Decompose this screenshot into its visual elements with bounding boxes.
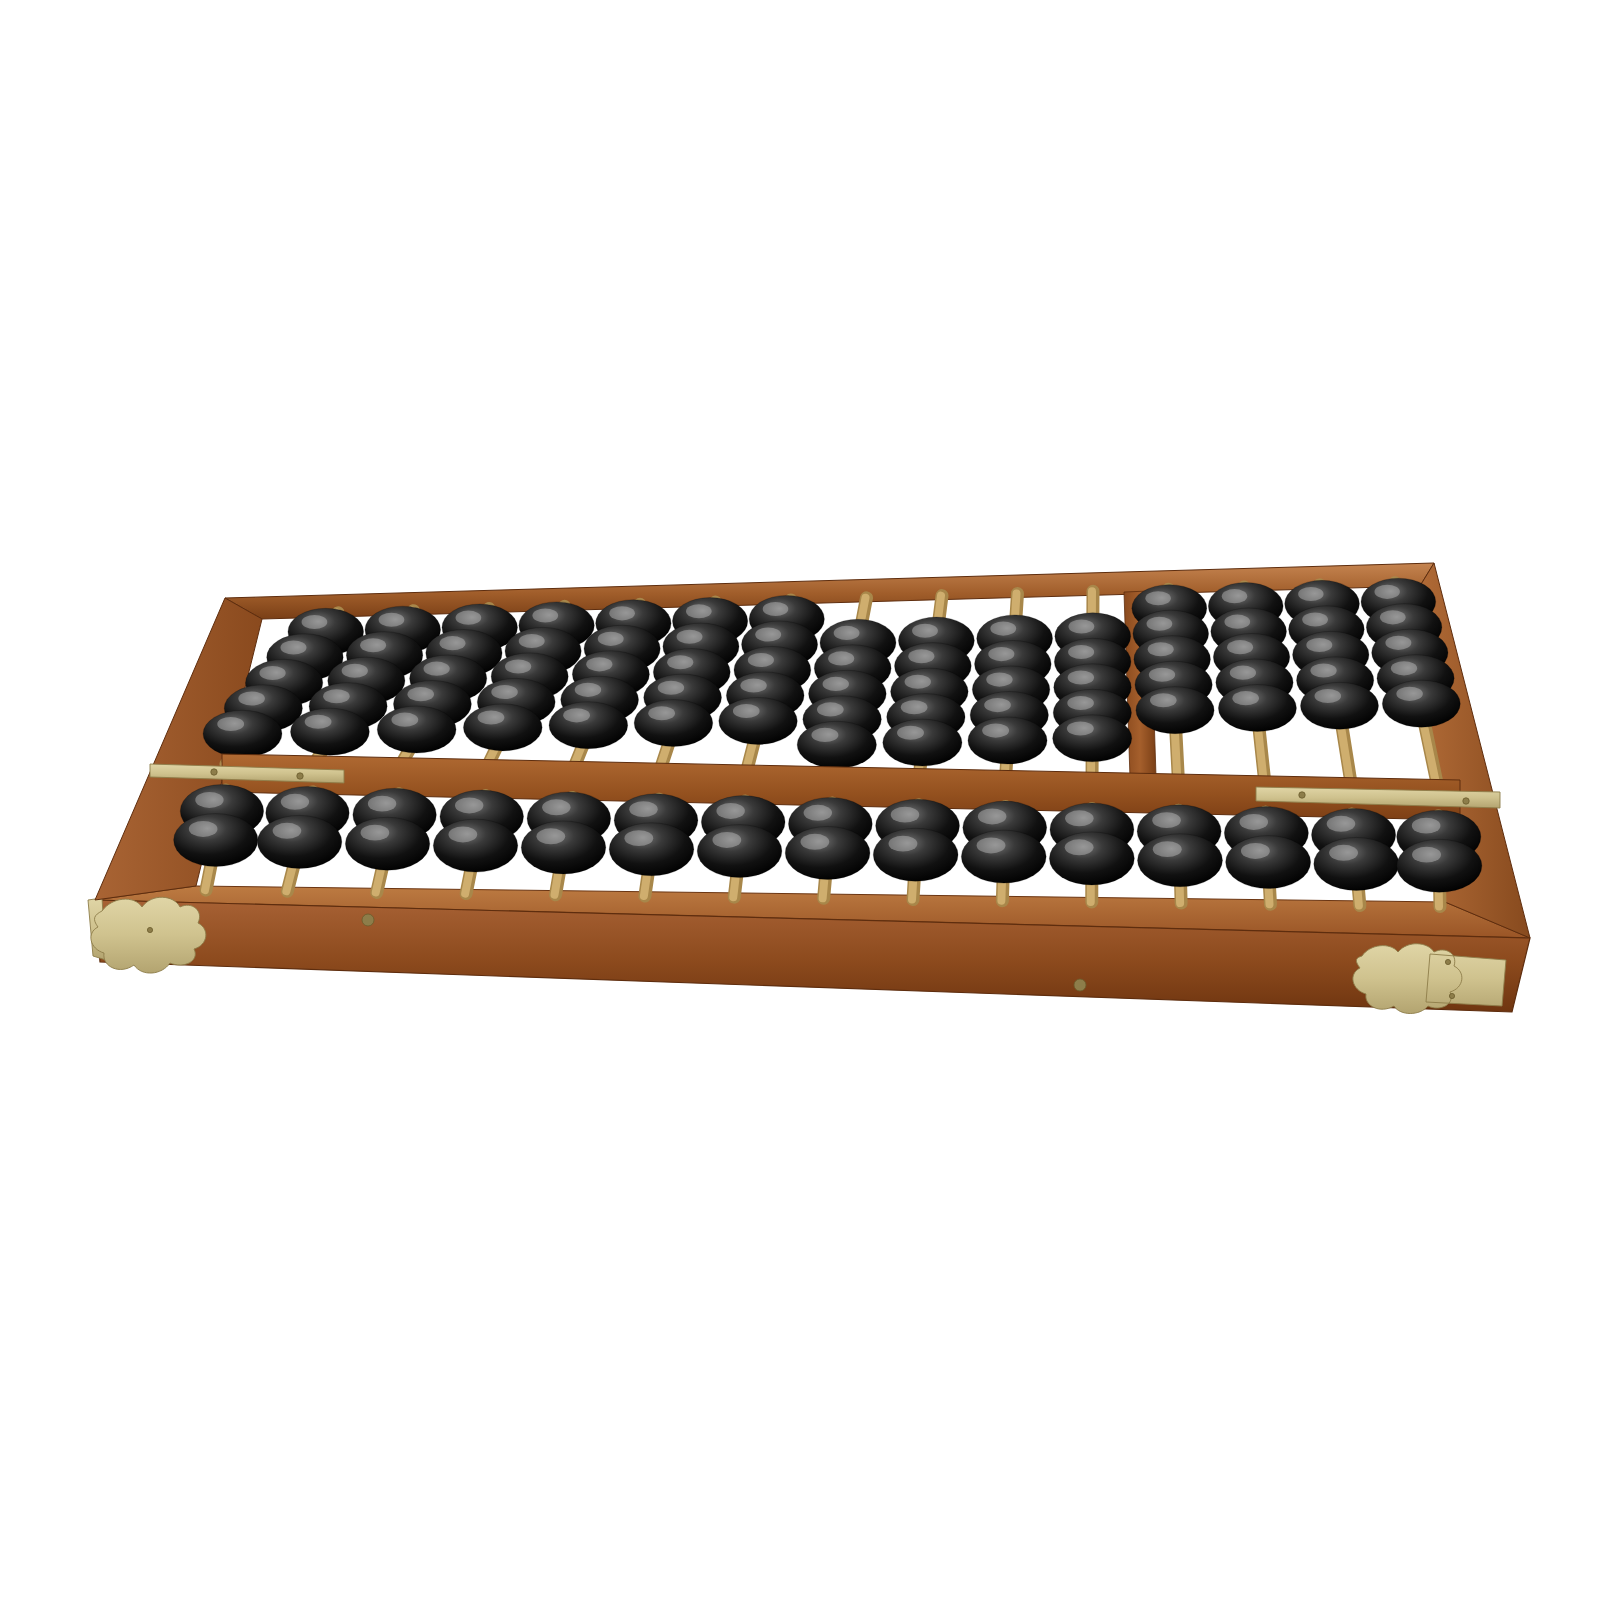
earth-bead[interactable] bbox=[1300, 682, 1378, 729]
rod-9-heaven-beads bbox=[873, 799, 959, 881]
earth-bead[interactable] bbox=[1382, 680, 1460, 727]
earth-bead[interactable] bbox=[797, 721, 876, 768]
rod-9-earth-beads bbox=[883, 617, 975, 766]
screw-icon bbox=[1449, 993, 1454, 998]
earth-bead[interactable] bbox=[1218, 685, 1296, 732]
rod-6-heaven-beads bbox=[609, 794, 698, 876]
rod-7-heaven-beads bbox=[697, 796, 785, 878]
earth-bead[interactable] bbox=[719, 697, 798, 744]
heaven-bead[interactable] bbox=[785, 826, 870, 879]
heaven-bead[interactable] bbox=[1226, 836, 1311, 889]
front-screw-icon bbox=[362, 914, 374, 926]
rod-12-heaven-beads bbox=[1137, 805, 1222, 887]
product-photo-canvas bbox=[0, 0, 1600, 1600]
heaven-bead[interactable] bbox=[1138, 834, 1223, 887]
rod-8-heaven-beads bbox=[785, 797, 872, 879]
heaven-bead[interactable] bbox=[1397, 839, 1482, 892]
front-face-group bbox=[88, 886, 1530, 1014]
rod-3-heaven-beads bbox=[345, 788, 436, 870]
heaven-bead[interactable] bbox=[873, 828, 958, 881]
earth-bead[interactable] bbox=[463, 704, 542, 751]
heaven-bead[interactable] bbox=[174, 814, 258, 867]
rod-13-earth-beads bbox=[1208, 583, 1296, 732]
brass-corner-plate-left-icon bbox=[91, 897, 206, 973]
rod-13-heaven-beads bbox=[1224, 807, 1310, 889]
rod-12-earth-beads bbox=[1132, 585, 1214, 734]
heaven-bead[interactable] bbox=[1314, 837, 1399, 890]
rod-11-earth-beads bbox=[1053, 613, 1132, 762]
screw-icon bbox=[147, 927, 152, 932]
rod-10-heaven-beads bbox=[961, 801, 1046, 883]
earth-bead[interactable] bbox=[883, 719, 962, 766]
rod-1-heaven-beads bbox=[174, 785, 264, 867]
screw-icon bbox=[297, 773, 303, 779]
heaven-bead[interactable] bbox=[433, 819, 517, 872]
rod-4-heaven-beads bbox=[433, 790, 523, 872]
heaven-bead[interactable] bbox=[609, 823, 694, 876]
screw-icon bbox=[1463, 798, 1469, 804]
earth-bead[interactable] bbox=[290, 708, 369, 755]
heaven-bead[interactable] bbox=[1049, 832, 1134, 885]
heaven-bead[interactable] bbox=[961, 830, 1046, 883]
screw-icon bbox=[1299, 792, 1305, 798]
screw-icon bbox=[211, 769, 217, 775]
earth-bead[interactable] bbox=[549, 702, 628, 749]
suanpan-abacus bbox=[0, 0, 1600, 1600]
earth-bead[interactable] bbox=[1053, 715, 1132, 762]
earth-bead[interactable] bbox=[968, 717, 1047, 764]
heaven-bead[interactable] bbox=[257, 815, 341, 868]
rod-2-heaven-beads bbox=[257, 786, 349, 868]
rod-10-earth-beads bbox=[968, 615, 1053, 764]
front-screw-icon bbox=[1074, 979, 1086, 991]
rod-11-heaven-beads bbox=[1049, 803, 1134, 885]
screw-icon bbox=[1445, 959, 1450, 964]
heaven-bead[interactable] bbox=[345, 817, 429, 870]
rod-14-heaven-beads bbox=[1312, 808, 1399, 890]
heaven-bead[interactable] bbox=[521, 821, 606, 874]
earth-bead[interactable] bbox=[203, 710, 282, 757]
earth-bead[interactable] bbox=[377, 706, 456, 753]
rod-15-heaven-beads bbox=[1397, 810, 1482, 892]
earth-bead[interactable] bbox=[634, 700, 713, 747]
rod-5-heaven-beads bbox=[521, 792, 610, 874]
heaven-bead[interactable] bbox=[697, 825, 782, 878]
earth-bead[interactable] bbox=[1136, 687, 1214, 734]
